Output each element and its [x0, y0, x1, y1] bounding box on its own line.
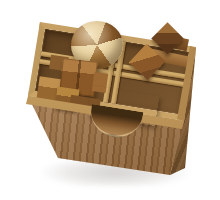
- puzzle-box-photo: [0, 0, 220, 200]
